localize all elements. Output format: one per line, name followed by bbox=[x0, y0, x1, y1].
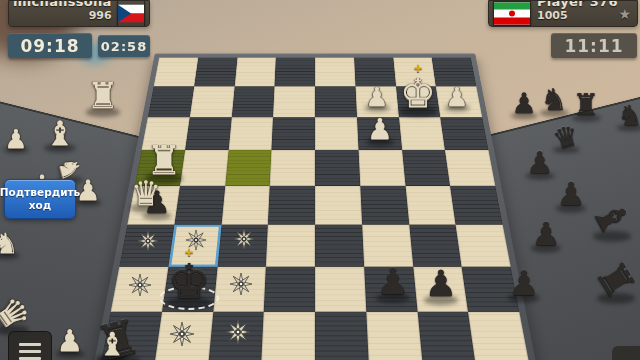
square-d3[interactable] bbox=[315, 117, 358, 150]
chess-app-screen: ♟♚✚♟♟♜♟♚✚♟♟♜♜♝♟♞♟♟♛♞♛♟♝♟♞♜♛♟♟♝♟♞♜♟ micha… bbox=[0, 0, 640, 360]
square-e2[interactable] bbox=[273, 86, 315, 117]
square-g3[interactable] bbox=[185, 117, 232, 150]
square-a4[interactable] bbox=[445, 150, 495, 186]
square-b6[interactable] bbox=[409, 224, 462, 266]
captured-black-pawn: ♟ bbox=[557, 178, 586, 210]
favorite-star-icon: ★ bbox=[618, 7, 633, 21]
square-g5[interactable] bbox=[174, 186, 225, 225]
bottom-right-button[interactable] bbox=[612, 346, 640, 360]
square-g2[interactable] bbox=[190, 86, 235, 117]
square-a8[interactable] bbox=[468, 312, 529, 360]
captured-white-bishop: ♝ bbox=[45, 116, 75, 150]
menu-button[interactable] bbox=[8, 331, 52, 360]
square-a5[interactable] bbox=[450, 186, 502, 225]
player-plate-right[interactable]: Player 376 1005 ★ bbox=[488, 0, 638, 27]
piece-white-pawn-a2[interactable]: ♟ bbox=[445, 84, 468, 110]
captured-black-knight: ♞ bbox=[541, 85, 568, 115]
captured-black-pawn: ♟ bbox=[511, 90, 536, 118]
player-name-right: Player 376 bbox=[537, 0, 618, 9]
hamburger-icon bbox=[19, 343, 41, 346]
square-f3[interactable] bbox=[228, 117, 273, 150]
player-name-left: michalissona bbox=[13, 0, 112, 9]
square-b5[interactable] bbox=[405, 186, 456, 225]
captured-black-pawn: ♟ bbox=[509, 266, 539, 300]
square-b3[interactable] bbox=[399, 117, 446, 150]
move-star-h6[interactable] bbox=[137, 230, 159, 256]
captured-white-pawn: ♟ bbox=[57, 326, 84, 356]
square-d2[interactable] bbox=[315, 86, 357, 117]
clock-right-main: 11:11 bbox=[551, 33, 637, 58]
square-f2[interactable] bbox=[231, 86, 274, 117]
captured-white-pawn: ♟ bbox=[4, 126, 27, 152]
square-f4[interactable] bbox=[225, 150, 272, 186]
player-rating-right: 1005 bbox=[537, 10, 568, 21]
square-h1[interactable] bbox=[154, 58, 198, 87]
square-f5[interactable] bbox=[221, 186, 270, 225]
square-d5[interactable] bbox=[315, 186, 362, 225]
captured-white-bishop: ♝ bbox=[98, 328, 127, 360]
player-rating-left: 996 bbox=[89, 10, 112, 21]
captured-white-rook: ♜ bbox=[87, 78, 119, 114]
gold-cross-icon: ✚ bbox=[185, 248, 193, 258]
iran-flag-icon bbox=[493, 1, 531, 26]
piece-white-pawn-c2[interactable]: ♟ bbox=[365, 84, 388, 110]
square-b4[interactable] bbox=[402, 150, 450, 186]
square-a6[interactable] bbox=[456, 224, 511, 266]
captured-white-knight: ♞ bbox=[0, 230, 19, 258]
captured-white-queen: ♛ bbox=[131, 176, 161, 210]
square-h2[interactable] bbox=[148, 86, 194, 117]
clock-left-main: 09:18 bbox=[8, 33, 92, 58]
square-f1[interactable] bbox=[234, 58, 276, 87]
move-star-f8[interactable] bbox=[225, 319, 251, 349]
square-d1[interactable] bbox=[315, 58, 355, 87]
piece-black-pawn-b7[interactable]: ♟ bbox=[425, 266, 457, 302]
move-star-f7[interactable] bbox=[229, 272, 253, 300]
square-d8[interactable] bbox=[315, 312, 368, 360]
clock-left-move: 02:58 bbox=[98, 35, 150, 57]
piece-black-king-g7[interactable]: ♚✚ bbox=[167, 257, 210, 305]
square-c5[interactable] bbox=[360, 186, 409, 225]
square-e1[interactable] bbox=[275, 58, 315, 87]
move-star-f6[interactable] bbox=[233, 228, 255, 254]
square-d7[interactable] bbox=[315, 266, 366, 312]
czech-flag-icon bbox=[117, 0, 145, 27]
captured-black-knight: ♞ bbox=[617, 102, 640, 130]
player-plate-left[interactable]: michalissona 996 bbox=[8, 0, 150, 27]
square-a3[interactable] bbox=[440, 117, 488, 150]
captured-black-pawn: ♟ bbox=[532, 218, 561, 250]
confirm-move-button[interactable]: Подтвердить ход bbox=[4, 179, 76, 219]
square-d4[interactable] bbox=[315, 150, 360, 186]
square-g1[interactable] bbox=[194, 58, 237, 87]
move-star-g8[interactable] bbox=[169, 321, 195, 351]
square-e4[interactable] bbox=[270, 150, 315, 186]
square-e3[interactable] bbox=[272, 117, 315, 150]
piece-black-pawn-c7[interactable]: ♟ bbox=[377, 264, 409, 300]
move-star-h7[interactable] bbox=[128, 273, 152, 301]
square-e6[interactable] bbox=[266, 224, 315, 266]
square-e8[interactable] bbox=[262, 312, 315, 360]
square-b8[interactable] bbox=[417, 312, 475, 360]
square-c4[interactable] bbox=[358, 150, 405, 186]
captured-black-pawn: ♟ bbox=[527, 148, 554, 178]
piece-white-pawn-c3[interactable]: ♟ bbox=[367, 115, 393, 144]
square-c8[interactable] bbox=[366, 312, 422, 360]
square-e5[interactable] bbox=[268, 186, 315, 225]
square-e7[interactable] bbox=[264, 266, 315, 312]
square-g4[interactable] bbox=[180, 150, 228, 186]
gold-cross-icon: ✚ bbox=[414, 64, 422, 74]
square-d6[interactable] bbox=[315, 224, 364, 266]
piece-white-king-b2[interactable]: ♚✚ bbox=[400, 73, 436, 113]
captured-black-rook: ♜ bbox=[573, 90, 600, 120]
